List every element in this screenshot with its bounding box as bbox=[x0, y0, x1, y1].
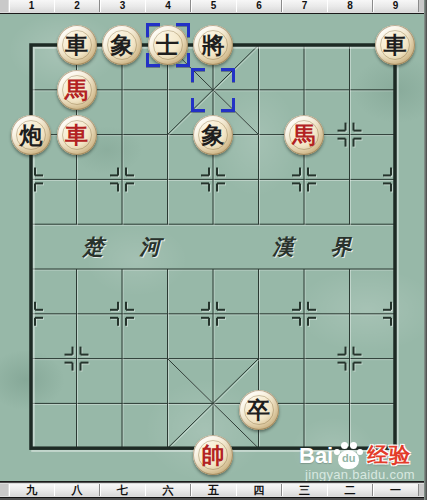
piece-black-炮[interactable]: 炮 bbox=[11, 115, 51, 155]
file-label-bottom-9: 一 bbox=[373, 484, 419, 496]
watermark-jingyan-text: 经验 bbox=[367, 441, 411, 469]
watermark-du-text: du bbox=[338, 452, 359, 464]
file-label-bottom-6: 四 bbox=[236, 484, 282, 496]
piece-black-象[interactable]: 象 bbox=[193, 115, 233, 155]
file-label-top-9: 9 bbox=[373, 0, 419, 12]
file-label-top-1: 1 bbox=[9, 0, 55, 12]
file-label-top-6: 6 bbox=[236, 0, 282, 12]
file-label-bottom-8: 二 bbox=[327, 484, 373, 496]
piece-black-象[interactable]: 象 bbox=[102, 25, 142, 65]
last-move-highlight bbox=[146, 23, 190, 67]
watermark-bai-text: Bai bbox=[299, 443, 333, 469]
file-label-top-3: 3 bbox=[100, 0, 146, 12]
river-label-han: 漢 bbox=[269, 233, 297, 261]
file-label-top-2: 2 bbox=[54, 0, 100, 12]
file-label-top-4: 4 bbox=[145, 0, 191, 12]
file-label-bottom-7: 三 bbox=[282, 484, 328, 496]
file-label-top-5: 5 bbox=[191, 0, 237, 12]
piece-red-馬[interactable]: 馬 bbox=[284, 115, 324, 155]
top-coordinate-ruler: 123456789 bbox=[0, 0, 427, 14]
piece-red-車[interactable]: 車 bbox=[57, 115, 97, 155]
watermark-url: jingyan.baidu.com bbox=[297, 467, 423, 482]
file-label-bottom-3: 七 bbox=[100, 484, 146, 496]
piece-black-將[interactable]: 將 bbox=[193, 25, 233, 65]
file-label-bottom-4: 六 bbox=[145, 484, 191, 496]
piece-black-卒[interactable]: 卒 bbox=[239, 390, 279, 430]
piece-black-車[interactable]: 車 bbox=[375, 25, 415, 65]
piece-red-帥[interactable]: 帥 bbox=[193, 435, 233, 475]
ruler-cap-left bbox=[0, 0, 8, 12]
xiangqi-app-window: 楚 河 漢 界 車象士將車馬炮車象馬卒帥 123456789 九八七六五四三二一… bbox=[0, 0, 427, 500]
file-label-bottom-1: 九 bbox=[9, 484, 55, 496]
file-label-top-8: 8 bbox=[327, 0, 373, 12]
river-label-jie: 界 bbox=[327, 233, 355, 261]
baidu-paw-icon: du bbox=[334, 442, 363, 469]
piece-red-馬[interactable]: 馬 bbox=[57, 70, 97, 110]
ruler-cap-left bbox=[0, 484, 8, 496]
file-label-top-7: 7 bbox=[282, 0, 328, 12]
bottom-coordinate-ruler: 九八七六五四三二一 bbox=[0, 481, 427, 500]
last-move-highlight bbox=[191, 68, 235, 112]
river-label-chu: 楚 bbox=[79, 233, 107, 261]
river-label-he: 河 bbox=[136, 233, 164, 261]
baidu-watermark: Bai du 经验 bbox=[299, 441, 411, 469]
file-label-bottom-5: 五 bbox=[191, 484, 237, 496]
file-label-bottom-2: 八 bbox=[54, 484, 100, 496]
piece-black-車[interactable]: 車 bbox=[57, 25, 97, 65]
